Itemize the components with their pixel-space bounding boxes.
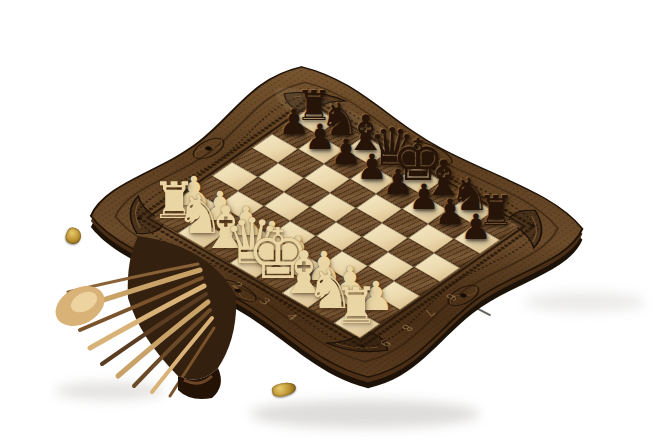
photo-scene: 6789 234 ♜♞♝♛♚♝♞♜♟♟♟♟♟♟♟♟♟♟♟♟♟♟♟♟♜♞♝♛♚♝♞… <box>0 0 670 446</box>
front-clasp-latch <box>271 381 297 399</box>
square-h1[interactable]: ♜ <box>334 309 380 338</box>
eagle-wing-ornament <box>50 218 250 406</box>
piece-glyph: ♜ <box>334 281 379 331</box>
piece-glyph: ♟ <box>460 210 491 245</box>
